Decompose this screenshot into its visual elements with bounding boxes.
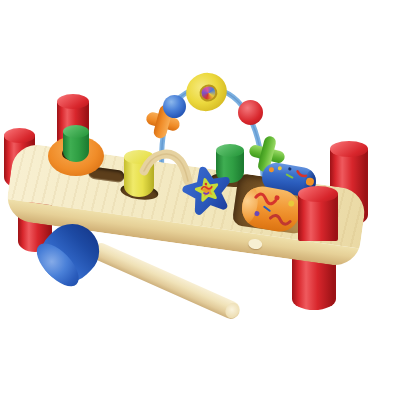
peg-front-right-upper-cap: [298, 186, 338, 202]
ring-green-peg-cap: [63, 125, 89, 138]
star-block: [176, 163, 239, 220]
toy-product-photo: [0, 0, 400, 400]
green-peg-cap: [216, 144, 244, 157]
bead-yellow-disc-hole: [197, 82, 219, 104]
peg-back-left-cap: [57, 94, 89, 109]
peg-back-right-cap: [330, 141, 368, 157]
bead-red-ball: [238, 100, 263, 125]
bead-blue-sphere: [163, 95, 186, 118]
leg-front-left-upper-cap: [4, 128, 35, 143]
